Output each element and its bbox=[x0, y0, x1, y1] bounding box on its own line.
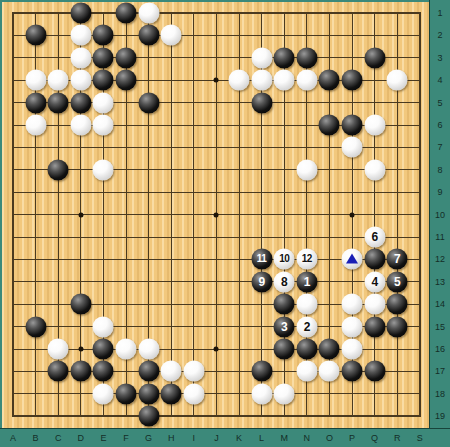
triangle-marker bbox=[346, 254, 358, 264]
stone-O6-black bbox=[319, 115, 340, 136]
col-label-H: H bbox=[168, 433, 175, 443]
move-number-11: 11 bbox=[257, 254, 267, 264]
row-label-10: 10 bbox=[435, 210, 445, 220]
stone-G1-white bbox=[138, 3, 159, 24]
stone-C5-black bbox=[48, 92, 69, 113]
stone-M4-white bbox=[274, 70, 295, 91]
grid-line-horizontal bbox=[12, 415, 421, 417]
stone-R4-white bbox=[387, 70, 408, 91]
stone-F3-black bbox=[116, 47, 137, 68]
stone-H17-white bbox=[161, 361, 182, 382]
stone-B2-black bbox=[25, 25, 46, 46]
stone-L18-white bbox=[251, 383, 272, 404]
stone-E6-white bbox=[93, 115, 114, 136]
grid-line-vertical bbox=[374, 12, 375, 417]
row-label-9: 9 bbox=[437, 187, 442, 197]
stone-B5-black bbox=[25, 92, 46, 113]
star-point bbox=[350, 212, 355, 217]
stone-D2-white bbox=[70, 25, 91, 46]
stone-E3-black bbox=[93, 47, 114, 68]
col-label-Q: Q bbox=[371, 433, 378, 443]
col-label-I: I bbox=[193, 433, 196, 443]
star-point bbox=[214, 212, 219, 217]
row-label-4: 4 bbox=[437, 75, 442, 85]
stone-G19-black bbox=[138, 406, 159, 427]
row-label-2: 2 bbox=[437, 30, 442, 40]
col-label-O: O bbox=[326, 433, 333, 443]
stone-N8-white bbox=[296, 159, 317, 180]
stone-Q14-white bbox=[364, 294, 385, 315]
stone-P14-white bbox=[342, 294, 363, 315]
stone-P15-white bbox=[342, 316, 363, 337]
col-label-G: G bbox=[145, 433, 152, 443]
move-number-10: 10 bbox=[279, 254, 289, 264]
col-label-S: S bbox=[417, 433, 423, 443]
stone-P7-white bbox=[342, 137, 363, 158]
row-label-13: 13 bbox=[435, 277, 445, 287]
stone-O17-white bbox=[319, 361, 340, 382]
grid-line-horizontal bbox=[12, 237, 421, 238]
row-label-7: 7 bbox=[437, 142, 442, 152]
stone-C4-white bbox=[48, 70, 69, 91]
column-coordinate-strip bbox=[0, 428, 450, 447]
stone-C8-black bbox=[48, 159, 69, 180]
stone-G17-black bbox=[138, 361, 159, 382]
row-label-18: 18 bbox=[435, 389, 445, 399]
stone-M3-black bbox=[274, 47, 295, 68]
grid-line-horizontal bbox=[12, 281, 421, 282]
move-number-1: 1 bbox=[304, 276, 310, 288]
stone-N4-white bbox=[296, 70, 317, 91]
stone-L5-black bbox=[251, 92, 272, 113]
col-label-R: R bbox=[394, 433, 401, 443]
move-number-2: 2 bbox=[304, 321, 310, 333]
stone-D6-white bbox=[70, 115, 91, 136]
move-number-7: 7 bbox=[394, 253, 400, 265]
grid-line-vertical bbox=[419, 12, 421, 417]
row-label-12: 12 bbox=[435, 254, 445, 264]
stone-L17-black bbox=[251, 361, 272, 382]
row-label-3: 3 bbox=[437, 53, 442, 63]
col-label-M: M bbox=[280, 433, 288, 443]
col-label-P: P bbox=[349, 433, 355, 443]
stone-F18-black bbox=[116, 383, 137, 404]
stone-K4-white bbox=[229, 70, 250, 91]
col-label-J: J bbox=[214, 433, 219, 443]
stone-N14-white bbox=[296, 294, 317, 315]
stone-F1-black bbox=[116, 3, 137, 24]
col-label-D: D bbox=[78, 433, 85, 443]
col-label-K: K bbox=[236, 433, 242, 443]
stone-D17-black bbox=[70, 361, 91, 382]
stone-L4-white bbox=[251, 70, 272, 91]
goban-frame: 123456789101112ABCDEFGHIJKLMNOPQRS123456… bbox=[0, 0, 450, 447]
stone-P6-black bbox=[342, 115, 363, 136]
move-number-6: 6 bbox=[372, 231, 378, 243]
star-point bbox=[214, 347, 219, 352]
row-coordinate-strip bbox=[429, 0, 450, 447]
col-label-A: A bbox=[10, 433, 16, 443]
star-point bbox=[78, 347, 83, 352]
stone-Q6-white bbox=[364, 115, 385, 136]
stone-C17-black bbox=[48, 361, 69, 382]
stone-G5-black bbox=[138, 92, 159, 113]
row-label-14: 14 bbox=[435, 299, 445, 309]
move-number-3: 3 bbox=[281, 321, 287, 333]
stone-R14-black bbox=[387, 294, 408, 315]
stone-B6-white bbox=[25, 115, 46, 136]
stone-D1-black bbox=[70, 3, 91, 24]
stone-G18-black bbox=[138, 383, 159, 404]
move-number-5: 5 bbox=[394, 276, 400, 288]
stone-C16-white bbox=[48, 339, 69, 360]
stone-E5-white bbox=[93, 92, 114, 113]
star-point bbox=[78, 212, 83, 217]
stone-E4-black bbox=[93, 70, 114, 91]
stone-E2-black bbox=[93, 25, 114, 46]
stone-D4-white bbox=[70, 70, 91, 91]
star-point bbox=[214, 78, 219, 83]
row-label-6: 6 bbox=[437, 120, 442, 130]
stone-H18-black bbox=[161, 383, 182, 404]
stone-M16-black bbox=[274, 339, 295, 360]
col-label-L: L bbox=[259, 433, 264, 443]
move-number-9: 9 bbox=[259, 276, 265, 288]
stone-Q3-black bbox=[364, 47, 385, 68]
stone-M18-white bbox=[274, 383, 295, 404]
col-label-F: F bbox=[123, 433, 129, 443]
col-label-E: E bbox=[100, 433, 106, 443]
move-number-4: 4 bbox=[372, 276, 378, 288]
stone-Q15-black bbox=[364, 316, 385, 337]
grid-line-horizontal bbox=[12, 393, 421, 394]
stone-L3-white bbox=[251, 47, 272, 68]
stone-P4-black bbox=[342, 70, 363, 91]
stone-D5-black bbox=[70, 92, 91, 113]
stone-E15-white bbox=[93, 316, 114, 337]
stone-E17-black bbox=[93, 361, 114, 382]
stone-F4-black bbox=[116, 70, 137, 91]
stone-I18-white bbox=[183, 383, 204, 404]
stone-Q8-white bbox=[364, 159, 385, 180]
stone-P17-black bbox=[342, 361, 363, 382]
stone-G16-white bbox=[138, 339, 159, 360]
col-label-B: B bbox=[33, 433, 39, 443]
stone-O16-black bbox=[319, 339, 340, 360]
stone-D3-white bbox=[70, 47, 91, 68]
stone-M14-black bbox=[274, 294, 295, 315]
stone-P16-white bbox=[342, 339, 363, 360]
row-label-17: 17 bbox=[435, 366, 445, 376]
move-number-12: 12 bbox=[302, 254, 312, 264]
stone-D14-black bbox=[70, 294, 91, 315]
row-label-19: 19 bbox=[435, 411, 445, 421]
stone-F16-white bbox=[116, 339, 137, 360]
stone-E18-white bbox=[93, 383, 114, 404]
row-label-5: 5 bbox=[437, 98, 442, 108]
move-number-8: 8 bbox=[281, 276, 287, 288]
stone-G2-black bbox=[138, 25, 159, 46]
stone-I17-white bbox=[183, 361, 204, 382]
stone-N17-white bbox=[296, 361, 317, 382]
stone-E8-white bbox=[93, 159, 114, 180]
col-label-C: C bbox=[55, 433, 62, 443]
stone-N3-black bbox=[296, 47, 317, 68]
row-label-1: 1 bbox=[437, 8, 442, 18]
stone-B4-white bbox=[25, 70, 46, 91]
stone-O4-black bbox=[319, 70, 340, 91]
stone-H2-white bbox=[161, 25, 182, 46]
stone-Q17-black bbox=[364, 361, 385, 382]
stone-B15-black bbox=[25, 316, 46, 337]
col-label-N: N bbox=[304, 433, 311, 443]
stone-N16-black bbox=[296, 339, 317, 360]
row-label-11: 11 bbox=[435, 232, 444, 242]
row-label-16: 16 bbox=[435, 344, 445, 354]
row-label-15: 15 bbox=[435, 322, 445, 332]
stone-Q12-black bbox=[364, 249, 385, 270]
stone-E16-black bbox=[93, 339, 114, 360]
row-label-8: 8 bbox=[437, 165, 442, 175]
stone-R15-black bbox=[387, 316, 408, 337]
